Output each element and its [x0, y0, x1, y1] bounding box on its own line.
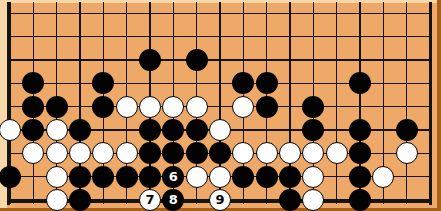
stone-black — [69, 166, 91, 188]
stone-white — [46, 166, 68, 188]
stone-white — [186, 166, 208, 188]
stone-black — [256, 96, 278, 118]
stone-white — [116, 96, 138, 118]
grid-line-horizontal — [9, 106, 432, 107]
stone-white — [256, 142, 278, 164]
stone-white — [116, 142, 138, 164]
stone-black — [92, 166, 114, 188]
stone-white — [162, 96, 184, 118]
stone-white — [209, 119, 231, 141]
stone-white — [396, 142, 418, 164]
stone-black — [139, 119, 161, 141]
stone-black — [22, 119, 44, 141]
go-diagram: 6789 — [0, 0, 441, 211]
stone-black — [279, 189, 301, 211]
stone-black — [396, 119, 418, 141]
stone-white — [302, 166, 324, 188]
stone-black — [186, 49, 208, 71]
grid-line-vertical — [336, 2, 337, 204]
stone-black — [186, 119, 208, 141]
stone-black — [0, 166, 21, 188]
stone-black — [302, 96, 324, 118]
stone-black — [349, 189, 371, 211]
stone-white — [326, 142, 348, 164]
grid-line-horizontal — [9, 59, 432, 60]
board-edge-right — [429, 2, 432, 205]
stone-black — [279, 166, 301, 188]
stone-black — [349, 166, 371, 188]
stone-black — [69, 189, 91, 211]
grid-line-horizontal — [9, 13, 432, 14]
stone-black — [349, 72, 371, 94]
stone-black — [349, 142, 371, 164]
stone-white — [46, 189, 68, 211]
stone-black-numbered-8: 8 — [162, 189, 184, 211]
stone-white-numbered-7: 7 — [139, 189, 161, 211]
grid-line-horizontal — [9, 36, 432, 37]
stone-white — [186, 96, 208, 118]
stone-black — [232, 166, 254, 188]
stone-white — [139, 96, 161, 118]
stone-white-numbered-9: 9 — [209, 189, 231, 211]
stone-black — [92, 96, 114, 118]
stone-black — [22, 96, 44, 118]
stone-black — [162, 119, 184, 141]
stone-black — [256, 72, 278, 94]
stone-black-numbered-6: 6 — [162, 166, 184, 188]
stone-black — [139, 166, 161, 188]
stone-white — [372, 166, 394, 188]
stone-black — [302, 119, 324, 141]
stone-black — [46, 96, 68, 118]
stone-white — [232, 96, 254, 118]
stone-black — [116, 166, 138, 188]
stone-black — [139, 49, 161, 71]
stone-black — [256, 166, 278, 188]
stone-white — [0, 119, 21, 141]
stone-black — [186, 142, 208, 164]
board-right-shadow — [437, 0, 441, 211]
grid-line-vertical — [406, 2, 407, 204]
stone-white — [302, 189, 324, 211]
stone-white — [46, 142, 68, 164]
stone-black — [349, 119, 371, 141]
stone-white — [46, 119, 68, 141]
stone-white — [209, 166, 231, 188]
stone-black — [69, 119, 91, 141]
